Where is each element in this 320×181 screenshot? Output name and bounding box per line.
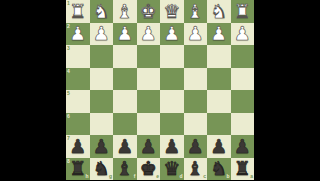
piece-white-knight[interactable]: ♞ bbox=[207, 0, 231, 23]
piece-white-pawn[interactable]: ♟ bbox=[90, 23, 114, 46]
piece-white-pawn[interactable]: ♟ bbox=[207, 23, 231, 46]
piece-white-rook[interactable]: ♜ bbox=[66, 0, 90, 23]
square-f5[interactable] bbox=[113, 90, 137, 113]
piece-black-queen[interactable]: ♛ bbox=[160, 158, 184, 181]
square-a6[interactable] bbox=[231, 113, 255, 136]
square-a2[interactable]: ♟ bbox=[231, 23, 255, 46]
piece-black-pawn[interactable]: ♟ bbox=[184, 135, 208, 158]
piece-black-knight[interactable]: ♞ bbox=[90, 158, 114, 181]
piece-white-pawn[interactable]: ♟ bbox=[137, 23, 161, 46]
square-b2[interactable]: ♟ bbox=[207, 23, 231, 46]
square-f8[interactable]: f♝ bbox=[113, 158, 137, 181]
piece-white-pawn[interactable]: ♟ bbox=[231, 23, 255, 46]
piece-black-pawn[interactable]: ♟ bbox=[207, 135, 231, 158]
square-c2[interactable]: ♟ bbox=[184, 23, 208, 46]
square-g1[interactable]: ♞ bbox=[90, 0, 114, 23]
square-b8[interactable]: b♞ bbox=[207, 158, 231, 181]
square-b5[interactable] bbox=[207, 90, 231, 113]
square-d7[interactable]: ♟ bbox=[160, 135, 184, 158]
square-b3[interactable] bbox=[207, 45, 231, 68]
piece-white-pawn[interactable]: ♟ bbox=[113, 23, 137, 46]
square-h3[interactable]: 3 bbox=[66, 45, 90, 68]
square-f2[interactable]: ♟ bbox=[113, 23, 137, 46]
square-e1[interactable]: ♚ bbox=[137, 0, 161, 23]
square-g8[interactable]: g♞ bbox=[90, 158, 114, 181]
piece-black-rook[interactable]: ♜ bbox=[66, 158, 90, 181]
square-c3[interactable] bbox=[184, 45, 208, 68]
square-g6[interactable] bbox=[90, 113, 114, 136]
square-a4[interactable] bbox=[231, 68, 255, 91]
square-d2[interactable]: ♟ bbox=[160, 23, 184, 46]
square-a3[interactable] bbox=[231, 45, 255, 68]
letterbox-background: 1♜♞♝♚♛♝♞♜2♟♟♟♟♟♟♟♟34567♟♟♟♟♟♟♟♟8h♜g♞f♝e♚… bbox=[0, 0, 320, 180]
piece-white-rook[interactable]: ♜ bbox=[231, 0, 255, 23]
piece-black-knight[interactable]: ♞ bbox=[207, 158, 231, 181]
chess-board: 1♜♞♝♚♛♝♞♜2♟♟♟♟♟♟♟♟34567♟♟♟♟♟♟♟♟8h♜g♞f♝e♚… bbox=[66, 0, 254, 180]
square-e5[interactable] bbox=[137, 90, 161, 113]
square-g4[interactable] bbox=[90, 68, 114, 91]
square-c8[interactable]: c♝ bbox=[184, 158, 208, 181]
square-b6[interactable] bbox=[207, 113, 231, 136]
square-g3[interactable] bbox=[90, 45, 114, 68]
piece-white-pawn[interactable]: ♟ bbox=[160, 23, 184, 46]
piece-black-rook[interactable]: ♜ bbox=[231, 158, 255, 181]
piece-black-pawn[interactable]: ♟ bbox=[160, 135, 184, 158]
square-c7[interactable]: ♟ bbox=[184, 135, 208, 158]
piece-black-pawn[interactable]: ♟ bbox=[137, 135, 161, 158]
piece-white-pawn[interactable]: ♟ bbox=[66, 23, 90, 46]
piece-white-bishop[interactable]: ♝ bbox=[113, 0, 137, 23]
square-e8[interactable]: e♚ bbox=[137, 158, 161, 181]
square-c4[interactable] bbox=[184, 68, 208, 91]
square-h5[interactable]: 5 bbox=[66, 90, 90, 113]
square-d3[interactable] bbox=[160, 45, 184, 68]
piece-black-pawn[interactable]: ♟ bbox=[113, 135, 137, 158]
square-a1[interactable]: ♜ bbox=[231, 0, 255, 23]
rank-label-5: 5 bbox=[67, 91, 70, 96]
square-c5[interactable] bbox=[184, 90, 208, 113]
piece-black-pawn[interactable]: ♟ bbox=[231, 135, 255, 158]
piece-black-pawn[interactable]: ♟ bbox=[90, 135, 114, 158]
square-f6[interactable] bbox=[113, 113, 137, 136]
square-g5[interactable] bbox=[90, 90, 114, 113]
square-g7[interactable]: ♟ bbox=[90, 135, 114, 158]
piece-white-king[interactable]: ♚ bbox=[137, 0, 161, 23]
piece-black-bishop[interactable]: ♝ bbox=[184, 158, 208, 181]
square-h1[interactable]: 1♜ bbox=[66, 0, 90, 23]
piece-black-king[interactable]: ♚ bbox=[137, 158, 161, 181]
square-h6[interactable]: 6 bbox=[66, 113, 90, 136]
square-d4[interactable] bbox=[160, 68, 184, 91]
square-h4[interactable]: 4 bbox=[66, 68, 90, 91]
square-f4[interactable] bbox=[113, 68, 137, 91]
square-e2[interactable]: ♟ bbox=[137, 23, 161, 46]
square-a8[interactable]: a♜ bbox=[231, 158, 255, 181]
piece-white-pawn[interactable]: ♟ bbox=[184, 23, 208, 46]
rank-label-4: 4 bbox=[67, 69, 70, 74]
square-a7[interactable]: ♟ bbox=[231, 135, 255, 158]
square-e3[interactable] bbox=[137, 45, 161, 68]
square-d8[interactable]: d♛ bbox=[160, 158, 184, 181]
square-e7[interactable]: ♟ bbox=[137, 135, 161, 158]
square-e6[interactable] bbox=[137, 113, 161, 136]
piece-black-pawn[interactable]: ♟ bbox=[66, 135, 90, 158]
square-b1[interactable]: ♞ bbox=[207, 0, 231, 23]
square-h7[interactable]: 7♟ bbox=[66, 135, 90, 158]
square-b4[interactable] bbox=[207, 68, 231, 91]
square-h2[interactable]: 2♟ bbox=[66, 23, 90, 46]
square-f3[interactable] bbox=[113, 45, 137, 68]
square-h8[interactable]: 8h♜ bbox=[66, 158, 90, 181]
square-e4[interactable] bbox=[137, 68, 161, 91]
square-f7[interactable]: ♟ bbox=[113, 135, 137, 158]
square-b7[interactable]: ♟ bbox=[207, 135, 231, 158]
rank-label-6: 6 bbox=[67, 114, 70, 119]
square-d1[interactable]: ♛ bbox=[160, 0, 184, 23]
square-a5[interactable] bbox=[231, 90, 255, 113]
square-g2[interactable]: ♟ bbox=[90, 23, 114, 46]
piece-black-bishop[interactable]: ♝ bbox=[113, 158, 137, 181]
square-d6[interactable] bbox=[160, 113, 184, 136]
piece-white-knight[interactable]: ♞ bbox=[90, 0, 114, 23]
piece-white-bishop[interactable]: ♝ bbox=[184, 0, 208, 23]
rank-label-3: 3 bbox=[67, 46, 70, 51]
square-c6[interactable] bbox=[184, 113, 208, 136]
piece-white-queen[interactable]: ♛ bbox=[160, 0, 184, 23]
square-c1[interactable]: ♝ bbox=[184, 0, 208, 23]
square-d5[interactable] bbox=[160, 90, 184, 113]
square-f1[interactable]: ♝ bbox=[113, 0, 137, 23]
